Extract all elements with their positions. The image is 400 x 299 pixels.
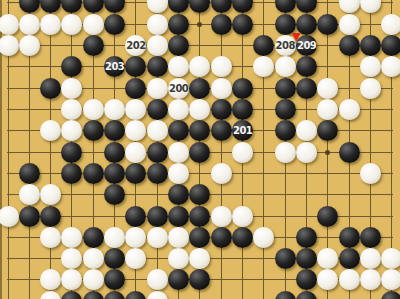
stone-white[interactable] xyxy=(232,206,253,227)
stone-black[interactable] xyxy=(360,227,381,248)
stone-white[interactable] xyxy=(211,206,232,227)
stone-black[interactable] xyxy=(275,78,296,99)
stone-black[interactable] xyxy=(40,206,61,227)
stone-black[interactable] xyxy=(296,56,317,77)
stone-white[interactable] xyxy=(275,35,296,56)
stone-white[interactable] xyxy=(40,184,61,205)
stone-black[interactable] xyxy=(275,99,296,120)
stone-black[interactable] xyxy=(275,248,296,269)
stone-white[interactable] xyxy=(125,99,146,120)
stone-black[interactable] xyxy=(104,248,125,269)
stone-white[interactable] xyxy=(339,0,360,13)
stone-black[interactable] xyxy=(125,291,146,299)
stone-black[interactable] xyxy=(104,142,125,163)
stone-white[interactable] xyxy=(168,142,189,163)
stone-white[interactable] xyxy=(211,163,232,184)
stone-white[interactable] xyxy=(296,142,317,163)
stone-white[interactable] xyxy=(61,78,82,99)
stone-black[interactable] xyxy=(104,269,125,290)
stone-white[interactable] xyxy=(360,78,381,99)
stone-black[interactable] xyxy=(83,163,104,184)
stone-black[interactable] xyxy=(40,0,61,13)
stone-black[interactable] xyxy=(61,142,82,163)
stone-white[interactable] xyxy=(61,14,82,35)
stone-black[interactable] xyxy=(275,291,296,299)
stone-white[interactable] xyxy=(40,291,61,299)
stone-black[interactable] xyxy=(360,35,381,56)
stone-black[interactable] xyxy=(83,35,104,56)
stone-white[interactable] xyxy=(83,269,104,290)
stone-black[interactable] xyxy=(296,269,317,290)
stone-white[interactable] xyxy=(275,56,296,77)
stone-white[interactable] xyxy=(296,120,317,141)
stone-black[interactable] xyxy=(104,56,125,77)
stone-white[interactable] xyxy=(147,14,168,35)
stone-black[interactable] xyxy=(381,291,400,299)
stone-black[interactable] xyxy=(275,120,296,141)
stone-black[interactable] xyxy=(168,269,189,290)
stone-black[interactable] xyxy=(61,56,82,77)
star-point xyxy=(197,22,202,27)
stone-black[interactable] xyxy=(211,120,232,141)
stone-white[interactable] xyxy=(189,56,210,77)
stone-black[interactable] xyxy=(125,206,146,227)
stone-white[interactable] xyxy=(61,269,82,290)
stone-white[interactable] xyxy=(381,56,400,77)
go-board[interactable]: 200201202203208209 xyxy=(0,0,400,299)
stone-white[interactable] xyxy=(19,184,40,205)
stone-white[interactable] xyxy=(0,35,19,56)
stone-black[interactable] xyxy=(296,227,317,248)
stone-black[interactable] xyxy=(104,163,125,184)
stone-white[interactable] xyxy=(19,14,40,35)
stone-white[interactable] xyxy=(317,248,338,269)
stone-black[interactable] xyxy=(61,291,82,299)
stone-black[interactable] xyxy=(61,0,82,13)
stone-black[interactable] xyxy=(147,142,168,163)
stone-black[interactable] xyxy=(147,206,168,227)
stone-white[interactable] xyxy=(168,99,189,120)
stone-white[interactable] xyxy=(40,14,61,35)
stone-white[interactable] xyxy=(168,248,189,269)
stone-black[interactable] xyxy=(232,0,253,13)
stone-black[interactable] xyxy=(232,78,253,99)
stone-white[interactable] xyxy=(83,14,104,35)
stone-white[interactable] xyxy=(125,142,146,163)
stone-black[interactable] xyxy=(189,142,210,163)
stone-white[interactable] xyxy=(125,227,146,248)
stone-black[interactable] xyxy=(211,99,232,120)
stone-black[interactable] xyxy=(168,184,189,205)
stone-white[interactable] xyxy=(360,248,381,269)
stone-white[interactable] xyxy=(147,35,168,56)
stone-white[interactable] xyxy=(40,269,61,290)
stone-white[interactable] xyxy=(83,248,104,269)
stone-white[interactable] xyxy=(168,163,189,184)
stone-black[interactable] xyxy=(147,99,168,120)
stone-white[interactable] xyxy=(360,0,381,13)
stone-white[interactable] xyxy=(19,35,40,56)
grid-hline xyxy=(7,45,393,46)
stone-white[interactable] xyxy=(147,120,168,141)
stone-black[interactable] xyxy=(125,163,146,184)
stone-black[interactable] xyxy=(83,227,104,248)
stone-white[interactable] xyxy=(147,78,168,99)
stone-white[interactable] xyxy=(317,269,338,290)
stone-black[interactable] xyxy=(189,184,210,205)
stone-white[interactable] xyxy=(317,78,338,99)
stone-black[interactable] xyxy=(296,0,317,13)
stone-black[interactable] xyxy=(61,163,82,184)
stone-white[interactable] xyxy=(360,269,381,290)
stone-white[interactable] xyxy=(211,56,232,77)
stone-black[interactable] xyxy=(296,14,317,35)
stone-black[interactable] xyxy=(83,0,104,13)
stone-black[interactable] xyxy=(232,14,253,35)
stone-black[interactable] xyxy=(104,291,125,299)
stone-white[interactable] xyxy=(61,248,82,269)
stone-black[interactable] xyxy=(232,120,253,141)
stone-black[interactable] xyxy=(381,35,400,56)
stone-black[interactable] xyxy=(211,227,232,248)
stone-black[interactable] xyxy=(147,163,168,184)
stone-black[interactable] xyxy=(317,14,338,35)
stone-black[interactable] xyxy=(19,163,40,184)
stone-black[interactable] xyxy=(189,206,210,227)
stone-white[interactable] xyxy=(339,269,360,290)
stone-white[interactable] xyxy=(211,78,232,99)
stone-white[interactable] xyxy=(147,0,168,13)
stone-black[interactable] xyxy=(296,291,317,299)
stone-white[interactable] xyxy=(147,291,168,299)
stone-black[interactable] xyxy=(125,56,146,77)
stone-black[interactable] xyxy=(19,0,40,13)
stone-black[interactable] xyxy=(40,78,61,99)
stone-black[interactable] xyxy=(83,291,104,299)
stone-black[interactable] xyxy=(275,14,296,35)
stone-white[interactable] xyxy=(232,142,253,163)
stone-white[interactable] xyxy=(339,99,360,120)
stone-white[interactable] xyxy=(147,227,168,248)
stone-black[interactable] xyxy=(168,0,189,13)
stone-white[interactable] xyxy=(40,227,61,248)
stone-black[interactable] xyxy=(339,142,360,163)
stone-white[interactable] xyxy=(253,56,274,77)
stone-black[interactable] xyxy=(189,120,210,141)
stone-black[interactable] xyxy=(104,120,125,141)
stone-white[interactable] xyxy=(0,14,19,35)
stone-white[interactable] xyxy=(360,163,381,184)
stone-white[interactable] xyxy=(339,14,360,35)
stone-white[interactable] xyxy=(83,99,104,120)
stone-white[interactable] xyxy=(147,269,168,290)
stone-black[interactable] xyxy=(211,0,232,13)
stone-black[interactable] xyxy=(296,35,317,56)
stone-black[interactable] xyxy=(104,184,125,205)
stone-white[interactable] xyxy=(381,269,400,290)
stone-white[interactable] xyxy=(168,78,189,99)
stone-black[interactable] xyxy=(275,0,296,13)
stone-black[interactable] xyxy=(104,0,125,13)
stone-white[interactable] xyxy=(381,248,400,269)
stone-black[interactable] xyxy=(317,206,338,227)
stone-black[interactable] xyxy=(168,120,189,141)
stone-white[interactable] xyxy=(381,14,400,35)
stone-black[interactable] xyxy=(189,78,210,99)
stone-white[interactable] xyxy=(125,35,146,56)
stone-white[interactable] xyxy=(104,227,125,248)
stone-white[interactable] xyxy=(168,227,189,248)
stone-black[interactable] xyxy=(168,35,189,56)
stone-white[interactable] xyxy=(61,227,82,248)
stone-black[interactable] xyxy=(296,248,317,269)
stone-white[interactable] xyxy=(61,120,82,141)
stone-white[interactable] xyxy=(360,56,381,77)
star-point xyxy=(325,150,330,155)
stone-black[interactable] xyxy=(232,99,253,120)
stone-white[interactable] xyxy=(168,56,189,77)
stone-white[interactable] xyxy=(253,227,274,248)
stone-black[interactable] xyxy=(189,269,210,290)
stone-white[interactable] xyxy=(189,99,210,120)
stone-black[interactable] xyxy=(83,120,104,141)
stone-black[interactable] xyxy=(168,206,189,227)
stone-black[interactable] xyxy=(317,120,338,141)
stone-black[interactable] xyxy=(339,35,360,56)
stone-black[interactable] xyxy=(296,78,317,99)
stone-white[interactable] xyxy=(40,120,61,141)
stone-white[interactable] xyxy=(104,99,125,120)
stone-black[interactable] xyxy=(189,0,210,13)
stone-black[interactable] xyxy=(189,227,210,248)
stone-white[interactable] xyxy=(125,120,146,141)
stone-white[interactable] xyxy=(275,142,296,163)
stone-white[interactable] xyxy=(317,99,338,120)
stone-white[interactable] xyxy=(189,248,210,269)
stone-black[interactable] xyxy=(232,227,253,248)
stone-black[interactable] xyxy=(125,78,146,99)
stone-black[interactable] xyxy=(211,14,232,35)
stone-black[interactable] xyxy=(253,35,274,56)
stone-black[interactable] xyxy=(19,206,40,227)
stone-white[interactable] xyxy=(125,248,146,269)
stone-white[interactable] xyxy=(0,206,19,227)
stone-white[interactable] xyxy=(61,99,82,120)
stone-black[interactable] xyxy=(168,14,189,35)
stone-black[interactable] xyxy=(339,248,360,269)
stone-black[interactable] xyxy=(147,56,168,77)
stone-black[interactable] xyxy=(104,14,125,35)
stone-black[interactable] xyxy=(339,227,360,248)
